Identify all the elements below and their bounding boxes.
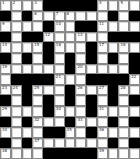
white-cell[interactable] [65, 21, 76, 32]
white-cell[interactable] [43, 138, 54, 149]
black-cell [22, 53, 33, 64]
white-cell[interactable]: 6 [32, 11, 43, 22]
white-cell[interactable] [118, 53, 129, 64]
black-cell [86, 148, 97, 159]
black-cell [0, 117, 11, 128]
white-cell[interactable]: 33 [75, 117, 86, 128]
clue-number: 36 [99, 128, 104, 132]
black-cell [0, 32, 11, 43]
white-cell[interactable] [22, 148, 33, 159]
white-cell[interactable]: 25 [32, 85, 43, 96]
white-cell[interactable] [54, 95, 65, 106]
white-cell[interactable]: 15 [32, 42, 43, 53]
white-cell[interactable] [11, 32, 22, 43]
clue-number: 33 [77, 118, 82, 122]
white-cell[interactable] [75, 127, 86, 138]
white-cell[interactable] [86, 11, 97, 22]
white-cell[interactable] [75, 138, 86, 149]
white-cell[interactable]: 38 [0, 148, 11, 159]
clue-number: 6 [34, 12, 37, 16]
clue-number: 16 [56, 43, 61, 47]
white-cell[interactable] [54, 32, 65, 43]
white-cell[interactable]: 27 [97, 85, 108, 96]
black-cell [65, 64, 76, 75]
black-cell [65, 148, 76, 159]
black-cell [118, 74, 129, 85]
black-cell [86, 0, 97, 11]
black-cell [43, 21, 54, 32]
white-cell[interactable] [97, 95, 108, 106]
white-cell[interactable]: 19 [0, 64, 11, 75]
black-cell [86, 106, 97, 117]
black-cell [43, 148, 54, 159]
black-cell [129, 53, 140, 64]
white-cell[interactable] [54, 53, 65, 64]
clue-number: 1 [2, 1, 5, 5]
black-cell [97, 74, 108, 85]
black-cell [75, 0, 86, 11]
white-cell[interactable] [43, 64, 54, 75]
white-cell[interactable] [86, 117, 97, 128]
white-cell[interactable] [108, 64, 119, 75]
white-cell[interactable]: 23 [0, 85, 11, 96]
white-cell[interactable] [11, 53, 22, 64]
white-cell[interactable] [75, 11, 86, 22]
clue-number: 15 [34, 43, 39, 47]
black-cell [43, 74, 54, 85]
black-cell [108, 11, 119, 22]
white-cell[interactable]: 29 [0, 106, 11, 117]
white-cell[interactable]: 7 [54, 11, 65, 22]
white-cell[interactable] [108, 21, 119, 32]
clue-number: 32 [34, 118, 39, 122]
black-cell [86, 95, 97, 106]
white-cell[interactable]: 9 [0, 21, 11, 32]
white-cell[interactable]: 8 [65, 11, 76, 22]
white-cell[interactable]: 18 [118, 42, 129, 53]
white-cell[interactable]: 34 [0, 127, 11, 138]
white-cell[interactable]: 17 [97, 42, 108, 53]
white-cell[interactable] [86, 32, 97, 43]
white-cell[interactable] [22, 127, 33, 138]
clue-number: 38 [2, 149, 7, 153]
white-cell[interactable] [108, 148, 119, 159]
white-cell[interactable] [75, 74, 86, 85]
white-cell[interactable]: 30 [54, 106, 65, 117]
clue-number: 37 [34, 139, 39, 143]
white-cell[interactable] [118, 127, 129, 138]
white-cell[interactable] [11, 21, 22, 32]
clue-number: 35 [67, 128, 72, 132]
white-cell[interactable]: 14 [0, 42, 11, 53]
white-cell[interactable] [11, 42, 22, 53]
white-cell[interactable]: 26 [75, 85, 86, 96]
black-cell [32, 32, 43, 43]
white-cell[interactable]: 37 [32, 138, 43, 149]
white-cell[interactable] [65, 32, 76, 43]
black-cell [0, 138, 11, 149]
clue-number: 20 [77, 65, 82, 69]
white-cell[interactable] [22, 64, 33, 75]
clue-number: 14 [2, 43, 7, 47]
white-cell[interactable] [43, 85, 54, 96]
white-cell[interactable] [75, 53, 86, 64]
white-cell[interactable] [65, 106, 76, 117]
black-cell [86, 53, 97, 64]
white-cell[interactable] [108, 127, 119, 138]
white-cell[interactable] [32, 127, 43, 138]
black-cell [65, 53, 76, 64]
white-cell[interactable] [11, 138, 22, 149]
clue-number: 21 [56, 75, 61, 79]
white-cell[interactable]: 35 [65, 127, 76, 138]
white-cell[interactable] [32, 21, 43, 32]
white-cell[interactable] [22, 0, 33, 11]
clue-number: 9 [2, 22, 5, 26]
white-cell[interactable] [65, 74, 76, 85]
black-cell [65, 85, 76, 96]
white-cell[interactable] [22, 106, 33, 117]
white-cell[interactable] [54, 138, 65, 149]
white-cell[interactable] [129, 127, 140, 138]
white-cell[interactable] [75, 106, 86, 117]
white-cell[interactable] [118, 138, 129, 149]
white-cell[interactable]: 36 [97, 127, 108, 138]
crossword-board: 1234567891011121314151617181920212223242… [0, 0, 140, 159]
black-cell [108, 117, 119, 128]
white-cell[interactable] [97, 32, 108, 43]
white-cell[interactable] [118, 148, 129, 159]
clue-number: 2 [13, 1, 16, 5]
white-cell[interactable]: 2 [11, 0, 22, 11]
white-cell[interactable] [75, 42, 86, 53]
clue-number: 7 [56, 12, 59, 16]
white-cell[interactable] [22, 21, 33, 32]
clue-number: 10 [56, 22, 61, 26]
white-cell[interactable]: 4 [97, 0, 108, 11]
black-cell [108, 138, 119, 149]
white-cell[interactable]: 12 [43, 32, 54, 43]
white-cell[interactable] [118, 21, 129, 32]
clue-number: 34 [2, 128, 7, 132]
white-cell[interactable] [97, 64, 108, 75]
clue-number: 11 [99, 22, 104, 26]
white-cell[interactable] [75, 95, 86, 106]
white-cell[interactable] [32, 106, 43, 117]
black-cell [43, 0, 54, 11]
black-cell [43, 95, 54, 106]
white-cell[interactable] [118, 11, 129, 22]
white-cell[interactable] [43, 117, 54, 128]
black-cell [22, 74, 33, 85]
black-cell [86, 21, 97, 32]
white-cell[interactable] [11, 95, 22, 106]
white-cell[interactable] [108, 106, 119, 117]
clue-number: 13 [77, 33, 82, 37]
black-cell [108, 85, 119, 96]
white-cell[interactable]: 24 [11, 85, 22, 96]
white-cell[interactable]: 13 [75, 32, 86, 43]
black-cell [43, 127, 54, 138]
white-cell[interactable] [118, 64, 129, 75]
white-cell[interactable]: 16 [54, 42, 65, 53]
black-cell [75, 148, 86, 159]
white-cell[interactable] [65, 42, 76, 53]
black-cell [54, 148, 65, 159]
black-cell [43, 53, 54, 64]
white-cell[interactable]: 22 [129, 74, 140, 85]
black-cell [108, 32, 119, 43]
white-cell[interactable]: 11 [97, 21, 108, 32]
clue-number: 27 [99, 86, 104, 90]
white-cell[interactable] [11, 148, 22, 159]
black-cell [22, 32, 33, 43]
clue-number: 31 [99, 107, 104, 111]
black-cell [54, 0, 65, 11]
white-cell[interactable] [118, 117, 129, 128]
white-cell[interactable]: 31 [97, 106, 108, 117]
white-cell[interactable] [118, 106, 129, 117]
black-cell [129, 32, 140, 43]
black-cell [108, 74, 119, 85]
white-cell[interactable] [32, 64, 43, 75]
white-cell[interactable]: 21 [54, 74, 65, 85]
white-cell[interactable] [32, 148, 43, 159]
clue-number: 18 [120, 43, 125, 47]
clue-number: 23 [2, 86, 7, 90]
white-cell[interactable]: 5 [118, 0, 129, 11]
black-cell [108, 53, 119, 64]
clue-number: 25 [34, 86, 39, 90]
white-cell[interactable] [129, 106, 140, 117]
white-cell[interactable] [11, 117, 22, 128]
clue-number: 30 [56, 107, 61, 111]
black-cell [118, 32, 129, 43]
white-cell[interactable] [54, 64, 65, 75]
white-cell[interactable] [129, 42, 140, 53]
white-cell[interactable] [54, 85, 65, 96]
white-cell[interactable] [129, 85, 140, 96]
white-cell[interactable] [108, 0, 119, 11]
white-cell[interactable] [54, 117, 65, 128]
white-cell[interactable] [97, 117, 108, 128]
black-cell [65, 95, 76, 106]
white-cell[interactable] [118, 95, 129, 106]
white-cell[interactable] [86, 64, 97, 75]
clue-number: 26 [77, 86, 82, 90]
white-cell[interactable] [129, 148, 140, 159]
white-cell[interactable] [11, 64, 22, 75]
black-cell [22, 11, 33, 22]
black-cell [54, 127, 65, 138]
white-cell[interactable] [97, 53, 108, 64]
clue-number: 3 [34, 1, 37, 5]
white-cell[interactable]: 20 [75, 64, 86, 75]
white-cell[interactable] [22, 42, 33, 53]
white-cell[interactable] [11, 11, 22, 22]
black-cell [32, 74, 43, 85]
white-cell[interactable] [86, 85, 97, 96]
clue-number: 8 [67, 12, 70, 16]
black-cell [22, 117, 33, 128]
clue-number: 17 [99, 43, 104, 47]
white-cell[interactable]: 32 [32, 117, 43, 128]
white-cell[interactable]: 39 [97, 148, 108, 159]
black-cell [0, 53, 11, 64]
clue-number: 39 [99, 149, 104, 153]
black-cell [0, 11, 11, 22]
white-cell[interactable] [11, 127, 22, 138]
clue-number: 28 [120, 86, 125, 90]
clue-number: 5 [120, 1, 123, 5]
black-cell [43, 106, 54, 117]
black-cell [129, 11, 140, 22]
white-cell[interactable] [32, 53, 43, 64]
black-cell [22, 85, 33, 96]
black-cell [86, 42, 97, 53]
white-cell[interactable] [108, 42, 119, 53]
clue-number: 4 [99, 1, 102, 5]
white-cell[interactable]: 10 [54, 21, 65, 32]
clue-number: 19 [2, 65, 7, 69]
white-cell[interactable] [97, 11, 108, 22]
white-cell[interactable] [32, 95, 43, 106]
black-cell [86, 127, 97, 138]
clue-number: 29 [2, 107, 7, 111]
black-cell [65, 0, 76, 11]
black-cell [129, 138, 140, 149]
clue-number: 12 [45, 33, 50, 37]
white-cell[interactable] [43, 11, 54, 22]
white-cell[interactable]: 3 [32, 0, 43, 11]
white-cell[interactable] [86, 138, 97, 149]
white-cell[interactable] [0, 74, 11, 85]
black-cell [129, 64, 140, 75]
black-cell [86, 74, 97, 85]
black-cell [75, 21, 86, 32]
black-cell [129, 95, 140, 106]
black-cell [11, 74, 22, 85]
white-cell[interactable] [97, 138, 108, 149]
clue-number: 22 [131, 75, 136, 79]
black-cell [43, 42, 54, 53]
clue-number: 24 [13, 86, 18, 90]
white-cell[interactable] [129, 0, 140, 11]
white-cell[interactable] [11, 106, 22, 117]
white-cell[interactable] [129, 21, 140, 32]
black-cell [0, 95, 11, 106]
white-cell[interactable]: 28 [118, 85, 129, 96]
black-cell [108, 95, 119, 106]
black-cell [129, 117, 140, 128]
white-cell[interactable] [65, 138, 76, 149]
black-cell [22, 138, 33, 149]
black-cell [65, 117, 76, 128]
white-cell[interactable]: 1 [0, 0, 11, 11]
black-cell [22, 95, 33, 106]
